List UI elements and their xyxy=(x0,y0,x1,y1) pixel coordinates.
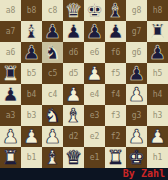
piece-black-pawn[interactable]: ♟ xyxy=(128,63,145,84)
square-label: g8 xyxy=(132,0,142,21)
square-label: a7 xyxy=(6,21,16,42)
square-label: b5 xyxy=(27,63,37,84)
square-label: b4 xyxy=(27,84,37,105)
square-f7[interactable]: ♟ xyxy=(105,21,126,42)
piece-black-pawn[interactable]: ♟ xyxy=(86,21,103,42)
square-label: a8 xyxy=(6,0,16,21)
piece-black-king[interactable]: ♚ xyxy=(86,0,103,21)
piece-white-rook[interactable]: ♜ xyxy=(107,147,124,168)
square-h5[interactable]: h5 xyxy=(147,63,168,84)
square-b7[interactable]: ♝ xyxy=(21,21,42,42)
square-c4[interactable]: c4 xyxy=(42,84,63,105)
square-label: d6 xyxy=(69,42,79,63)
credit-bar: By Zahl xyxy=(0,168,168,180)
square-e7[interactable]: ♟ xyxy=(84,21,105,42)
piece-black-bishop[interactable]: ♝ xyxy=(107,0,124,21)
square-d8[interactable]: ♛ xyxy=(63,0,84,21)
square-f8[interactable]: ♝ xyxy=(105,0,126,21)
piece-white-pawn[interactable]: ♟ xyxy=(23,126,40,147)
square-f2[interactable]: f2 xyxy=(105,126,126,147)
square-a5[interactable]: ♜ xyxy=(0,63,21,84)
piece-black-knight[interactable]: ♞ xyxy=(44,42,61,63)
square-h4[interactable]: h4 xyxy=(147,84,168,105)
piece-white-pawn[interactable]: ♟ xyxy=(128,126,145,147)
square-label: b3 xyxy=(27,105,37,126)
piece-black-pawn[interactable]: ♟ xyxy=(23,42,40,63)
square-a3[interactable]: a3 xyxy=(0,105,21,126)
piece-black-pawn[interactable]: ♟ xyxy=(44,21,61,42)
square-label: g3 xyxy=(132,105,142,126)
square-c2[interactable]: ♟ xyxy=(42,126,63,147)
piece-white-pawn[interactable]: ♟ xyxy=(65,84,82,105)
square-f6[interactable]: f6 xyxy=(105,42,126,63)
square-label: d2 xyxy=(69,126,79,147)
piece-white-pawn[interactable]: ♟ xyxy=(86,63,103,84)
square-e3[interactable]: e3 xyxy=(84,105,105,126)
square-label: c5 xyxy=(48,63,58,84)
square-label: b8 xyxy=(27,0,37,21)
piece-white-pawn[interactable]: ♟ xyxy=(128,84,145,105)
piece-black-queen[interactable]: ♛ xyxy=(65,0,82,21)
square-label: h4 xyxy=(153,84,163,105)
piece-white-rook[interactable]: ♜ xyxy=(2,147,19,168)
square-label: f6 xyxy=(111,42,121,63)
square-f4[interactable]: f4 xyxy=(105,84,126,105)
square-a7[interactable]: a7 xyxy=(0,21,21,42)
square-g2[interactable]: ♟ xyxy=(126,126,147,147)
square-label: f2 xyxy=(111,126,121,147)
piece-black-pawn[interactable]: ♟ xyxy=(149,42,166,63)
square-a6[interactable]: a6 xyxy=(0,42,21,63)
square-label: a6 xyxy=(6,42,16,63)
square-f5[interactable]: f5 xyxy=(105,63,126,84)
square-label: h5 xyxy=(153,63,163,84)
square-b4[interactable]: b4 xyxy=(21,84,42,105)
piece-black-rook[interactable]: ♜ xyxy=(149,21,166,42)
piece-white-bishop[interactable]: ♝ xyxy=(44,147,61,168)
piece-white-queen[interactable]: ♛ xyxy=(65,147,82,168)
square-d1[interactable]: ♛ xyxy=(63,147,84,168)
square-g3[interactable]: g3 xyxy=(126,105,147,126)
square-label: f3 xyxy=(111,105,121,126)
piece-white-pawn[interactable]: ♟ xyxy=(149,126,166,147)
square-c8[interactable]: c8 xyxy=(42,0,63,21)
piece-black-pawn[interactable]: ♟ xyxy=(107,21,124,42)
square-label: b1 xyxy=(27,147,37,168)
square-h8[interactable]: h8 xyxy=(147,0,168,21)
square-h1[interactable]: h1 xyxy=(147,147,168,168)
square-label: h1 xyxy=(153,147,163,168)
square-label: a3 xyxy=(6,105,16,126)
square-a4[interactable]: ♟ xyxy=(0,84,21,105)
square-b1[interactable]: b1 xyxy=(21,147,42,168)
square-g8[interactable]: g8 xyxy=(126,0,147,21)
piece-white-king[interactable]: ♚ xyxy=(128,147,145,168)
piece-white-pawn[interactable]: ♟ xyxy=(2,126,19,147)
square-b3[interactable]: b3 xyxy=(21,105,42,126)
square-g1[interactable]: ♚ xyxy=(126,147,147,168)
piece-white-bishop[interactable]: ♝ xyxy=(65,105,82,126)
chess-board: a8b8c8♛♚♝g8h8a7♝♟♟♟♟g7♜a6♟♞d6e6f6g6♟♜b5c… xyxy=(0,0,168,168)
piece-white-pawn[interactable]: ♟ xyxy=(44,126,61,147)
square-e6[interactable]: e6 xyxy=(84,42,105,63)
square-c7[interactable]: ♟ xyxy=(42,21,63,42)
square-h2[interactable]: ♟ xyxy=(147,126,168,147)
square-c3[interactable]: ♞ xyxy=(42,105,63,126)
square-b8[interactable]: b8 xyxy=(21,0,42,21)
square-label: e4 xyxy=(90,84,100,105)
square-f3[interactable]: f3 xyxy=(105,105,126,126)
square-label: h3 xyxy=(153,105,163,126)
square-label: f4 xyxy=(111,84,121,105)
square-f1[interactable]: ♜ xyxy=(105,147,126,168)
piece-white-knight[interactable]: ♞ xyxy=(44,105,61,126)
square-label: g7 xyxy=(132,21,142,42)
piece-black-pawn[interactable]: ♟ xyxy=(65,21,82,42)
square-label: f5 xyxy=(111,63,121,84)
square-a2[interactable]: ♟ xyxy=(0,126,21,147)
square-g5[interactable]: ♟ xyxy=(126,63,147,84)
square-e5[interactable]: ♟ xyxy=(84,63,105,84)
piece-black-rook[interactable]: ♜ xyxy=(2,63,19,84)
square-label: d5 xyxy=(69,63,79,84)
square-h7[interactable]: ♜ xyxy=(147,21,168,42)
square-label: e1 xyxy=(90,147,100,168)
square-label: e3 xyxy=(90,105,100,126)
square-c6[interactable]: ♞ xyxy=(42,42,63,63)
square-a8[interactable]: a8 xyxy=(0,0,21,21)
square-g4[interactable]: ♟ xyxy=(126,84,147,105)
square-label: g6 xyxy=(132,42,142,63)
square-g6[interactable]: g6 xyxy=(126,42,147,63)
square-label: e2 xyxy=(90,126,100,147)
square-d3[interactable]: ♝ xyxy=(63,105,84,126)
piece-black-pawn[interactable]: ♟ xyxy=(2,84,19,105)
square-b5[interactable]: b5 xyxy=(21,63,42,84)
square-e1[interactable]: e1 xyxy=(84,147,105,168)
square-label: e6 xyxy=(90,42,100,63)
piece-black-bishop[interactable]: ♝ xyxy=(23,21,40,42)
square-c1[interactable]: ♝ xyxy=(42,147,63,168)
square-e4[interactable]: e4 xyxy=(84,84,105,105)
square-b6[interactable]: ♟ xyxy=(21,42,42,63)
square-d6[interactable]: d6 xyxy=(63,42,84,63)
square-d5[interactable]: d5 xyxy=(63,63,84,84)
square-d2[interactable]: d2 xyxy=(63,126,84,147)
square-e8[interactable]: ♚ xyxy=(84,0,105,21)
square-e2[interactable]: e2 xyxy=(84,126,105,147)
square-g7[interactable]: g7 xyxy=(126,21,147,42)
square-d7[interactable]: ♟ xyxy=(63,21,84,42)
square-d4[interactable]: ♟ xyxy=(63,84,84,105)
square-c5[interactable]: c5 xyxy=(42,63,63,84)
credit-text: By Zahl xyxy=(123,168,165,180)
square-h6[interactable]: ♟ xyxy=(147,42,168,63)
square-label: c8 xyxy=(48,0,58,21)
square-label: h8 xyxy=(153,0,163,21)
square-h3[interactable]: h3 xyxy=(147,105,168,126)
square-label: c4 xyxy=(48,84,58,105)
square-b2[interactable]: ♟ xyxy=(21,126,42,147)
square-a1[interactable]: ♜ xyxy=(0,147,21,168)
